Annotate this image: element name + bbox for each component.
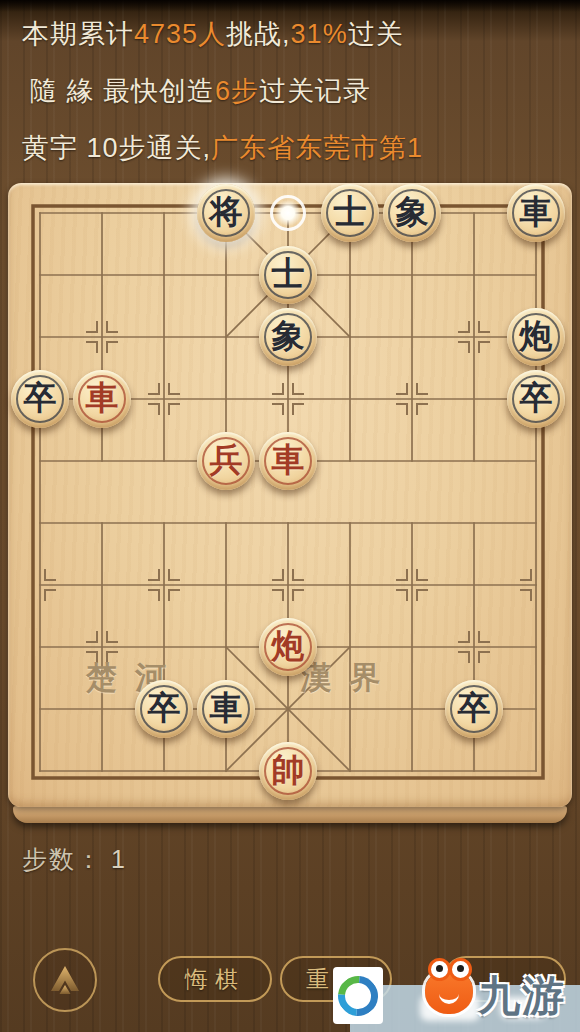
piece-glyph: 卒 — [520, 382, 553, 415]
board-edge — [13, 806, 567, 823]
red-piece-帥[interactable]: 帥 — [259, 742, 317, 800]
piece-glyph: 車 — [272, 444, 305, 477]
piece-glyph: 卒 — [148, 692, 181, 725]
piece-glyph: 将 — [210, 196, 243, 229]
black-piece-卒[interactable]: 卒 — [11, 370, 69, 428]
piece-glyph: 士 — [272, 258, 305, 291]
record-line: 隨 緣 最快创造6步过关记录 — [30, 73, 371, 109]
watermark-mascot-icon — [425, 970, 473, 1014]
up-chevron-icon — [45, 960, 85, 1000]
black-piece-車[interactable]: 車 — [507, 184, 565, 242]
piece-glyph: 車 — [520, 196, 553, 229]
piece-glyph: 車 — [86, 382, 119, 415]
piece-glyph: 炮 — [520, 320, 553, 353]
ranking-line: 黄宇 10步通关,广东省东莞市第1 — [22, 130, 423, 166]
black-piece-将[interactable]: 将 — [197, 184, 255, 242]
black-piece-象[interactable]: 象 — [383, 184, 441, 242]
piece-glyph: 象 — [272, 320, 305, 353]
black-piece-士[interactable]: 士 — [321, 184, 379, 242]
piece-glyph: 卒 — [458, 692, 491, 725]
piece-glyph: 象 — [396, 196, 429, 229]
black-piece-卒[interactable]: 卒 — [507, 370, 565, 428]
piece-glyph: 車 — [210, 692, 243, 725]
app-screen: 本期累计4735人挑战,31%过关 隨 緣 最快创造6步过关记录 黄宇 10步通… — [0, 0, 580, 1032]
watermark-brand: 九游 — [478, 968, 566, 1024]
black-piece-卒[interactable]: 卒 — [445, 680, 503, 738]
xiangqi-board[interactable]: 楚河 漢界 将士象車士象炮卒車卒兵車炮卒車卒帥 — [8, 183, 572, 807]
piece-glyph: 兵 — [210, 444, 243, 477]
black-piece-象[interactable]: 象 — [259, 308, 317, 366]
red-piece-車[interactable]: 車 — [259, 432, 317, 490]
piece-glyph: 帥 — [272, 754, 305, 787]
black-piece-炮[interactable]: 炮 — [507, 308, 565, 366]
undo-move-button[interactable]: 悔棋 — [158, 956, 272, 1002]
black-piece-士[interactable]: 士 — [259, 246, 317, 304]
last-move-origin-dot — [275, 200, 301, 226]
black-piece-車[interactable]: 車 — [197, 680, 255, 738]
river-label-han: 漢界 — [300, 657, 398, 697]
stats-line: 本期累计4735人挑战,31%过关 — [22, 16, 404, 52]
piece-glyph: 炮 — [272, 630, 305, 663]
watermark-logo-box — [333, 967, 383, 1024]
move-counter: 步数：1 — [22, 843, 127, 876]
collapse-menu-button[interactable] — [33, 948, 97, 1012]
uc-logo-icon — [330, 967, 386, 1023]
black-piece-卒[interactable]: 卒 — [135, 680, 193, 738]
red-piece-炮[interactable]: 炮 — [259, 618, 317, 676]
red-piece-兵[interactable]: 兵 — [197, 432, 255, 490]
red-piece-車[interactable]: 車 — [73, 370, 131, 428]
piece-glyph: 卒 — [24, 382, 57, 415]
piece-glyph: 士 — [334, 196, 367, 229]
